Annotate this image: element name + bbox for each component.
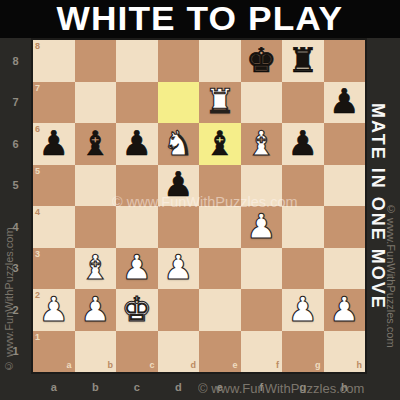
square-b6[interactable]: ♝	[75, 123, 117, 165]
square-a4[interactable]: 4	[33, 206, 75, 248]
square-b7[interactable]	[75, 82, 117, 124]
square-b2[interactable]: ♟	[75, 289, 117, 331]
square-c2[interactable]: ♚	[116, 289, 158, 331]
piece-white-king[interactable]: ♚	[122, 292, 152, 326]
square-e1[interactable]: e	[199, 331, 241, 373]
square-rank-label: 2	[35, 291, 40, 300]
piece-black-king[interactable]: ♚	[246, 43, 276, 77]
square-file-label: b	[108, 361, 114, 370]
square-g8[interactable]: ♜	[282, 40, 324, 82]
piece-white-pawn[interactable]: ♟	[80, 292, 110, 326]
square-g1[interactable]: g	[282, 331, 324, 373]
square-e7[interactable]: ♜	[199, 82, 241, 124]
outside-file-label: c	[116, 376, 158, 398]
piece-black-pawn[interactable]: ♟	[39, 126, 69, 160]
piece-black-pawn[interactable]: ♟	[329, 84, 359, 118]
square-h8[interactable]	[324, 40, 366, 82]
square-e5[interactable]	[199, 165, 241, 207]
square-f8[interactable]: ♚	[241, 40, 283, 82]
page-title: WHITE TO PLAY	[57, 0, 344, 38]
outside-file-label: d	[158, 376, 200, 398]
square-d3[interactable]: ♟	[158, 248, 200, 290]
square-e3[interactable]	[199, 248, 241, 290]
file-labels-bottom: abcdefgh	[33, 376, 365, 398]
piece-white-pawn[interactable]: ♟	[39, 292, 69, 326]
outside-file-label: g	[282, 376, 324, 398]
outside-rank-label: 7	[0, 82, 31, 124]
square-a7[interactable]: 7	[33, 82, 75, 124]
square-f1[interactable]: f	[241, 331, 283, 373]
square-b8[interactable]	[75, 40, 117, 82]
square-h7[interactable]: ♟	[324, 82, 366, 124]
square-g4[interactable]	[282, 206, 324, 248]
square-g5[interactable]	[282, 165, 324, 207]
square-h5[interactable]	[324, 165, 366, 207]
square-f5[interactable]	[241, 165, 283, 207]
square-rank-label: 5	[35, 167, 40, 176]
piece-white-knight[interactable]: ♞	[163, 126, 193, 160]
square-c8[interactable]	[116, 40, 158, 82]
piece-black-pawn[interactable]: ♟	[163, 167, 193, 201]
piece-black-bishop[interactable]: ♝	[80, 126, 110, 160]
piece-white-pawn[interactable]: ♟	[163, 250, 193, 284]
square-rank-label: 1	[35, 333, 40, 342]
piece-black-pawn[interactable]: ♟	[122, 126, 152, 160]
square-file-label: f	[276, 361, 279, 370]
outside-file-label: a	[33, 376, 75, 398]
square-file-label: d	[191, 361, 197, 370]
square-d1[interactable]: d	[158, 331, 200, 373]
square-rank-label: 6	[35, 125, 40, 134]
square-d2[interactable]	[158, 289, 200, 331]
square-rank-label: 8	[35, 42, 40, 51]
outside-rank-label: 1	[0, 331, 31, 373]
outside-rank-label: 5	[0, 165, 31, 207]
piece-white-pawn[interactable]: ♟	[122, 250, 152, 284]
square-h6[interactable]	[324, 123, 366, 165]
square-g3[interactable]	[282, 248, 324, 290]
square-e6[interactable]: ♝	[199, 123, 241, 165]
square-g6[interactable]: ♟	[282, 123, 324, 165]
square-f3[interactable]	[241, 248, 283, 290]
square-b5[interactable]	[75, 165, 117, 207]
square-f4[interactable]: ♟	[241, 206, 283, 248]
outside-file-label: e	[199, 376, 241, 398]
board-frame: 8♚♜7♜♟6♟♝♟♞♝♝♟5♟4♟3♝♟♟2♟♟♚♟♟1abcdefgh	[31, 38, 367, 374]
square-file-label: c	[149, 361, 154, 370]
square-file-label: h	[357, 361, 363, 370]
square-d8[interactable]	[158, 40, 200, 82]
square-g7[interactable]	[282, 82, 324, 124]
piece-white-pawn[interactable]: ♟	[246, 209, 276, 243]
square-c4[interactable]	[116, 206, 158, 248]
outside-file-label: h	[324, 376, 366, 398]
square-d7[interactable]	[158, 82, 200, 124]
outside-rank-label: 3	[0, 248, 31, 290]
outside-rank-label: 8	[0, 40, 31, 82]
square-file-label: e	[232, 361, 237, 370]
outside-rank-label: 4	[0, 206, 31, 248]
square-g2[interactable]: ♟	[282, 289, 324, 331]
square-rank-label: 3	[35, 250, 40, 259]
square-rank-label: 7	[35, 84, 40, 93]
square-d4[interactable]	[158, 206, 200, 248]
square-c3[interactable]: ♟	[116, 248, 158, 290]
square-h4[interactable]	[324, 206, 366, 248]
square-b3[interactable]: ♝	[75, 248, 117, 290]
square-a3[interactable]: 3	[33, 248, 75, 290]
square-e4[interactable]	[199, 206, 241, 248]
square-h2[interactable]: ♟	[324, 289, 366, 331]
square-a1[interactable]: 1a	[33, 331, 75, 373]
piece-black-bishop[interactable]: ♝	[205, 126, 235, 160]
square-c5[interactable]	[116, 165, 158, 207]
square-f2[interactable]	[241, 289, 283, 331]
outside-file-label: b	[75, 376, 117, 398]
square-e8[interactable]	[199, 40, 241, 82]
square-e2[interactable]	[199, 289, 241, 331]
square-a2[interactable]: 2♟	[33, 289, 75, 331]
objective-banner: MATE IN ONE MOVE	[364, 38, 390, 374]
square-c6[interactable]: ♟	[116, 123, 158, 165]
chess-puzzle-app: WHITE TO PLAY 87654321 8♚♜7♜♟6♟♝♟♞♝♝♟5♟4…	[0, 0, 400, 400]
piece-white-pawn[interactable]: ♟	[288, 292, 318, 326]
square-file-label: a	[66, 361, 71, 370]
square-c7[interactable]	[116, 82, 158, 124]
square-f6[interactable]: ♝	[241, 123, 283, 165]
square-b1[interactable]: b	[75, 331, 117, 373]
outside-rank-label: 6	[0, 123, 31, 165]
square-f7[interactable]	[241, 82, 283, 124]
piece-black-pawn[interactable]: ♟	[288, 126, 318, 160]
chess-board: 8♚♜7♜♟6♟♝♟♞♝♝♟5♟4♟3♝♟♟2♟♟♚♟♟1abcdefgh	[33, 40, 365, 372]
square-h1[interactable]: h	[324, 331, 366, 373]
square-b4[interactable]	[75, 206, 117, 248]
title-banner: WHITE TO PLAY	[0, 0, 400, 38]
piece-black-rook[interactable]: ♜	[288, 43, 318, 77]
square-a6[interactable]: 6♟	[33, 123, 75, 165]
square-a5[interactable]: 5	[33, 165, 75, 207]
square-d6[interactable]: ♞	[158, 123, 200, 165]
square-d5[interactable]: ♟	[158, 165, 200, 207]
piece-white-bishop[interactable]: ♝	[246, 126, 276, 160]
piece-white-bishop[interactable]: ♝	[80, 250, 110, 284]
outside-file-label: f	[241, 376, 283, 398]
square-rank-label: 4	[35, 208, 40, 217]
square-c1[interactable]: c	[116, 331, 158, 373]
square-h3[interactable]	[324, 248, 366, 290]
rank-labels-left: 87654321	[0, 40, 31, 372]
square-a8[interactable]: 8	[33, 40, 75, 82]
square-file-label: g	[315, 361, 321, 370]
piece-white-rook[interactable]: ♜	[205, 84, 235, 118]
piece-white-pawn[interactable]: ♟	[329, 292, 359, 326]
outside-rank-label: 2	[0, 289, 31, 331]
